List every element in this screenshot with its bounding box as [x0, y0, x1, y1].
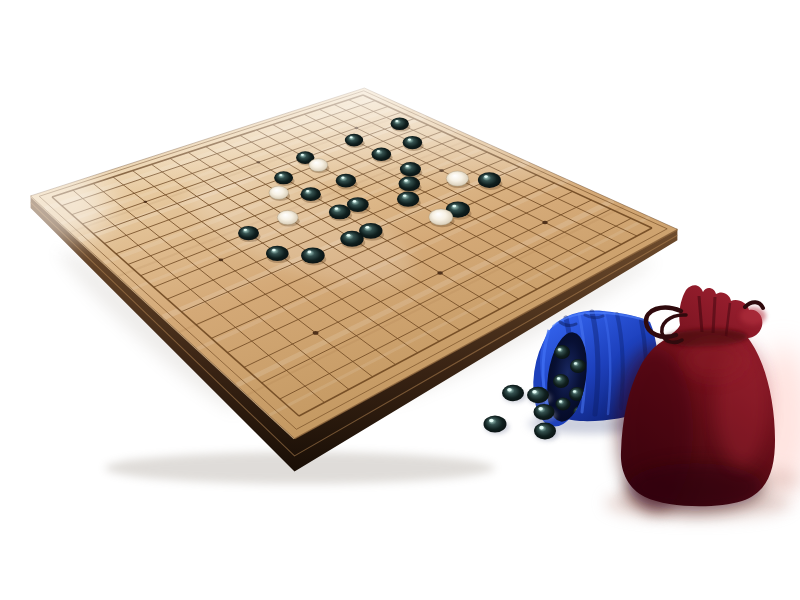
stone-specular	[308, 251, 312, 254]
stone-specular	[347, 234, 351, 237]
stone-specular	[404, 179, 407, 181]
stone-body	[309, 159, 328, 172]
loose-black-stone	[484, 415, 510, 434]
scene	[0, 0, 800, 600]
stone-body	[478, 172, 501, 188]
stone-body	[329, 205, 351, 220]
stone-body	[429, 209, 453, 225]
stone-specular	[489, 419, 493, 423]
go-set-product-photo	[0, 0, 800, 600]
stone-body	[340, 231, 363, 247]
stone-body	[301, 187, 321, 201]
stone-body	[446, 171, 468, 186]
stone-specular	[244, 229, 247, 231]
stone-specular	[350, 136, 353, 138]
stone-body	[345, 134, 363, 147]
star-point	[313, 331, 319, 335]
stone-specular	[408, 139, 411, 141]
star-point	[219, 258, 224, 261]
stone-body	[484, 415, 507, 432]
stone-body	[238, 226, 259, 240]
stone-specular	[301, 154, 304, 156]
stone-body	[391, 118, 409, 131]
stone-specular	[353, 200, 356, 202]
stone-specular	[539, 426, 543, 430]
stone-specular	[365, 226, 369, 229]
star-point	[437, 271, 443, 275]
stone-specular	[335, 207, 338, 209]
stone-body	[502, 385, 524, 401]
stone-specular	[279, 174, 282, 176]
stone-specular	[406, 165, 409, 167]
loose-black-stone	[502, 385, 527, 403]
stone-body	[336, 174, 356, 188]
stone-specular	[452, 205, 456, 208]
stone-body	[527, 387, 549, 403]
stone-body	[277, 210, 298, 224]
stone-specular	[532, 390, 536, 394]
stone-specular	[306, 190, 309, 192]
stone-body	[399, 176, 421, 191]
stone-body	[301, 248, 325, 264]
stone-body	[347, 197, 369, 212]
stone-specular	[403, 194, 407, 196]
stone-body	[372, 148, 392, 161]
loose-black-stones	[484, 385, 559, 441]
left-corner-wash	[0, 165, 110, 245]
stone-body	[534, 423, 556, 440]
stone-body	[403, 136, 423, 149]
stone-specular	[484, 175, 488, 178]
star-point	[144, 201, 148, 203]
stone-specular	[272, 249, 276, 251]
stone-body	[397, 192, 419, 207]
star-point	[542, 221, 548, 224]
stone-body	[266, 246, 289, 261]
stone-body	[274, 171, 293, 184]
stone-specular	[395, 120, 398, 122]
stone-specular	[377, 150, 380, 152]
stone-body	[269, 186, 289, 199]
stone-specular	[507, 388, 511, 392]
stone-body	[534, 404, 555, 420]
highlight-wash	[0, 0, 800, 195]
stone-specular	[341, 177, 344, 179]
stone-specular	[538, 407, 542, 411]
stone-body	[400, 162, 421, 176]
